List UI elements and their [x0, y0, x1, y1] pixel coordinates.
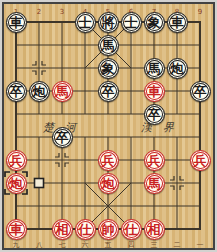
file-label-bottom: 五 — [105, 242, 112, 249]
black-chariot[interactable]: 車 — [6, 12, 27, 33]
black-cannon[interactable]: 炮 — [29, 81, 50, 102]
file-label-top: 3 — [60, 9, 64, 16]
file-label-bottom: 六 — [82, 242, 89, 249]
file-label-bottom: 二 — [174, 242, 181, 249]
file-label-bottom: 八 — [36, 242, 43, 249]
file-label-bottom: 四 — [128, 242, 135, 249]
file-label-top: 9 — [198, 9, 202, 16]
last-move-origin-marker — [35, 179, 44, 188]
point-marker — [180, 176, 184, 180]
point-marker — [170, 176, 174, 180]
black-soldier[interactable]: 卒 — [144, 104, 165, 125]
black-advisor[interactable]: 士 — [121, 12, 142, 33]
red-horse[interactable]: 馬 — [144, 173, 165, 194]
file-label-bottom: 七 — [59, 242, 66, 249]
red-horse[interactable]: 馬 — [52, 81, 73, 102]
red-soldier[interactable]: 兵 — [144, 150, 165, 171]
point-marker — [180, 186, 184, 190]
point-marker — [32, 71, 36, 75]
red-advisor[interactable]: 仕 — [75, 219, 96, 240]
black-horse[interactable]: 馬 — [98, 35, 119, 56]
red-advisor[interactable]: 仕 — [121, 219, 142, 240]
red-soldier[interactable]: 兵 — [190, 150, 211, 171]
red-cannon[interactable]: 炮 — [6, 173, 27, 194]
black-soldier[interactable]: 卒 — [190, 81, 211, 102]
point-marker — [55, 163, 59, 167]
file-label-bottom: 三 — [151, 242, 158, 249]
point-marker — [42, 71, 46, 75]
red-soldier[interactable]: 兵 — [6, 150, 27, 171]
black-soldier[interactable]: 卒 — [98, 81, 119, 102]
black-general[interactable]: 將 — [98, 12, 119, 33]
black-soldier[interactable]: 卒 — [52, 127, 73, 148]
red-general[interactable]: 帥 — [98, 219, 119, 240]
file-label-bottom: 一 — [197, 242, 204, 249]
red-elephant[interactable]: 相 — [52, 219, 73, 240]
black-chariot[interactable]: 車 — [167, 12, 188, 33]
file-label-bottom: 九 — [13, 242, 20, 249]
point-marker — [65, 153, 69, 157]
xiangqi-board[interactable]: 123456789 九八七六五四三二一 楚河 漢界 車士將士象車馬象馬炮卒炮卒卒… — [0, 0, 217, 252]
red-chariot[interactable]: 車 — [144, 81, 165, 102]
file-label-top: 2 — [37, 9, 41, 16]
point-marker — [170, 186, 174, 190]
red-chariot[interactable]: 車 — [6, 219, 27, 240]
black-advisor[interactable]: 士 — [75, 12, 96, 33]
black-soldier[interactable]: 卒 — [6, 81, 27, 102]
black-elephant[interactable]: 象 — [98, 58, 119, 79]
point-marker — [55, 153, 59, 157]
black-horse[interactable]: 馬 — [144, 58, 165, 79]
red-cannon[interactable]: 炮 — [98, 173, 119, 194]
point-marker — [65, 163, 69, 167]
red-soldier[interactable]: 兵 — [98, 150, 119, 171]
black-cannon[interactable]: 炮 — [167, 58, 188, 79]
black-elephant[interactable]: 象 — [144, 12, 165, 33]
red-elephant[interactable]: 相 — [144, 219, 165, 240]
point-marker — [42, 61, 46, 65]
point-marker — [32, 61, 36, 65]
